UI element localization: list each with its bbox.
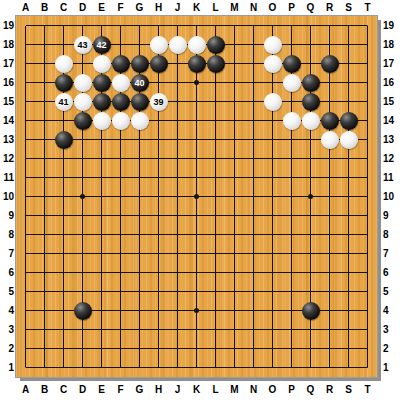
intersection-E9[interactable] — [92, 206, 111, 225]
intersection-L15[interactable] — [206, 92, 225, 111]
intersection-Q17[interactable] — [301, 54, 320, 73]
intersection-P12[interactable] — [282, 149, 301, 168]
intersection-L13[interactable] — [206, 130, 225, 149]
intersection-C4[interactable] — [54, 301, 73, 320]
intersection-G4[interactable] — [130, 301, 149, 320]
intersection-S15[interactable] — [339, 92, 358, 111]
intersection-A17[interactable] — [16, 54, 35, 73]
intersection-G6[interactable] — [130, 263, 149, 282]
intersection-J17[interactable] — [168, 54, 187, 73]
intersection-H14[interactable] — [149, 111, 168, 130]
intersection-N5[interactable] — [244, 282, 263, 301]
intersection-B13[interactable] — [35, 130, 54, 149]
intersection-O8[interactable] — [263, 225, 282, 244]
intersection-F1[interactable] — [111, 358, 130, 377]
intersection-P11[interactable] — [282, 168, 301, 187]
intersection-T8[interactable] — [358, 225, 377, 244]
intersection-S14[interactable] — [339, 111, 358, 130]
intersection-Q5[interactable] — [301, 282, 320, 301]
intersection-N3[interactable] — [244, 320, 263, 339]
intersection-F14[interactable] — [111, 111, 130, 130]
intersection-A18[interactable] — [16, 35, 35, 54]
intersection-T7[interactable] — [358, 244, 377, 263]
intersection-P8[interactable] — [282, 225, 301, 244]
intersection-O12[interactable] — [263, 149, 282, 168]
intersection-D10[interactable] — [73, 187, 92, 206]
intersection-T15[interactable] — [358, 92, 377, 111]
intersection-Q8[interactable] — [301, 225, 320, 244]
intersection-S19[interactable] — [339, 16, 358, 35]
intersection-F3[interactable] — [111, 320, 130, 339]
intersection-T14[interactable] — [358, 111, 377, 130]
intersection-A12[interactable] — [16, 149, 35, 168]
intersection-K14[interactable] — [187, 111, 206, 130]
intersection-O7[interactable] — [263, 244, 282, 263]
intersection-R16[interactable] — [320, 73, 339, 92]
intersection-P5[interactable] — [282, 282, 301, 301]
intersection-O6[interactable] — [263, 263, 282, 282]
intersection-P13[interactable] — [282, 130, 301, 149]
intersection-P4[interactable] — [282, 301, 301, 320]
intersection-M10[interactable] — [225, 187, 244, 206]
intersection-O14[interactable] — [263, 111, 282, 130]
intersection-E11[interactable] — [92, 168, 111, 187]
intersection-Q2[interactable] — [301, 339, 320, 358]
intersection-E5[interactable] — [92, 282, 111, 301]
intersection-T4[interactable] — [358, 301, 377, 320]
intersection-Q3[interactable] — [301, 320, 320, 339]
intersection-B17[interactable] — [35, 54, 54, 73]
intersection-J10[interactable] — [168, 187, 187, 206]
intersection-A9[interactable] — [16, 206, 35, 225]
intersection-E10[interactable] — [92, 187, 111, 206]
intersection-G19[interactable] — [130, 16, 149, 35]
intersection-E8[interactable] — [92, 225, 111, 244]
intersection-J8[interactable] — [168, 225, 187, 244]
intersection-F18[interactable] — [111, 35, 130, 54]
intersection-C9[interactable] — [54, 206, 73, 225]
intersection-S4[interactable] — [339, 301, 358, 320]
intersection-M5[interactable] — [225, 282, 244, 301]
intersection-B5[interactable] — [35, 282, 54, 301]
intersection-D11[interactable] — [73, 168, 92, 187]
intersection-D12[interactable] — [73, 149, 92, 168]
intersection-A19[interactable] — [16, 16, 35, 35]
intersection-E2[interactable] — [92, 339, 111, 358]
intersection-G1[interactable] — [130, 358, 149, 377]
intersection-B10[interactable] — [35, 187, 54, 206]
intersection-R19[interactable] — [320, 16, 339, 35]
intersection-P1[interactable] — [282, 358, 301, 377]
intersection-A6[interactable] — [16, 263, 35, 282]
intersection-E12[interactable] — [92, 149, 111, 168]
intersection-B2[interactable] — [35, 339, 54, 358]
intersection-N17[interactable] — [244, 54, 263, 73]
intersection-D1[interactable] — [73, 358, 92, 377]
intersection-M12[interactable] — [225, 149, 244, 168]
intersection-G15[interactable] — [130, 92, 149, 111]
intersection-T19[interactable] — [358, 16, 377, 35]
intersection-D5[interactable] — [73, 282, 92, 301]
intersection-S1[interactable] — [339, 358, 358, 377]
intersection-A8[interactable] — [16, 225, 35, 244]
intersection-H15[interactable]: 39 — [149, 92, 168, 111]
intersection-F8[interactable] — [111, 225, 130, 244]
intersection-R2[interactable] — [320, 339, 339, 358]
intersection-F13[interactable] — [111, 130, 130, 149]
intersection-M1[interactable] — [225, 358, 244, 377]
intersection-B12[interactable] — [35, 149, 54, 168]
intersection-F16[interactable] — [111, 73, 130, 92]
intersection-C10[interactable] — [54, 187, 73, 206]
intersection-O18[interactable] — [263, 35, 282, 54]
intersection-O13[interactable] — [263, 130, 282, 149]
intersection-P10[interactable] — [282, 187, 301, 206]
intersection-N13[interactable] — [244, 130, 263, 149]
intersection-Q9[interactable] — [301, 206, 320, 225]
intersection-L1[interactable] — [206, 358, 225, 377]
intersection-H11[interactable] — [149, 168, 168, 187]
intersection-L11[interactable] — [206, 168, 225, 187]
intersection-K8[interactable] — [187, 225, 206, 244]
intersection-C6[interactable] — [54, 263, 73, 282]
intersection-R15[interactable] — [320, 92, 339, 111]
intersection-G2[interactable] — [130, 339, 149, 358]
intersection-F12[interactable] — [111, 149, 130, 168]
intersection-A11[interactable] — [16, 168, 35, 187]
intersection-B6[interactable] — [35, 263, 54, 282]
intersection-H12[interactable] — [149, 149, 168, 168]
intersection-P15[interactable] — [282, 92, 301, 111]
intersection-F6[interactable] — [111, 263, 130, 282]
intersection-R8[interactable] — [320, 225, 339, 244]
intersection-C15[interactable]: 41 — [54, 92, 73, 111]
intersection-S16[interactable] — [339, 73, 358, 92]
intersection-K1[interactable] — [187, 358, 206, 377]
intersection-D6[interactable] — [73, 263, 92, 282]
intersection-D4[interactable] — [73, 301, 92, 320]
intersection-K19[interactable] — [187, 16, 206, 35]
intersection-O19[interactable] — [263, 16, 282, 35]
intersection-L19[interactable] — [206, 16, 225, 35]
intersection-H7[interactable] — [149, 244, 168, 263]
intersection-A16[interactable] — [16, 73, 35, 92]
intersection-H3[interactable] — [149, 320, 168, 339]
intersection-K11[interactable] — [187, 168, 206, 187]
intersection-E19[interactable] — [92, 16, 111, 35]
intersection-L14[interactable] — [206, 111, 225, 130]
intersection-M6[interactable] — [225, 263, 244, 282]
intersection-B15[interactable] — [35, 92, 54, 111]
intersection-A5[interactable] — [16, 282, 35, 301]
intersection-K15[interactable] — [187, 92, 206, 111]
intersection-E4[interactable] — [92, 301, 111, 320]
intersection-J13[interactable] — [168, 130, 187, 149]
intersection-T10[interactable] — [358, 187, 377, 206]
intersection-S17[interactable] — [339, 54, 358, 73]
intersection-F2[interactable] — [111, 339, 130, 358]
intersection-K3[interactable] — [187, 320, 206, 339]
intersection-Q14[interactable] — [301, 111, 320, 130]
intersection-T13[interactable] — [358, 130, 377, 149]
intersection-O4[interactable] — [263, 301, 282, 320]
intersection-S2[interactable] — [339, 339, 358, 358]
intersection-F5[interactable] — [111, 282, 130, 301]
intersection-O11[interactable] — [263, 168, 282, 187]
intersection-J1[interactable] — [168, 358, 187, 377]
intersection-S12[interactable] — [339, 149, 358, 168]
intersection-T6[interactable] — [358, 263, 377, 282]
intersection-D3[interactable] — [73, 320, 92, 339]
intersection-N1[interactable] — [244, 358, 263, 377]
intersection-L12[interactable] — [206, 149, 225, 168]
intersection-B16[interactable] — [35, 73, 54, 92]
intersection-B1[interactable] — [35, 358, 54, 377]
intersection-R7[interactable] — [320, 244, 339, 263]
intersection-F9[interactable] — [111, 206, 130, 225]
intersection-K6[interactable] — [187, 263, 206, 282]
intersection-N15[interactable] — [244, 92, 263, 111]
intersection-J16[interactable] — [168, 73, 187, 92]
intersection-A13[interactable] — [16, 130, 35, 149]
intersection-C2[interactable] — [54, 339, 73, 358]
intersection-S8[interactable] — [339, 225, 358, 244]
intersection-C11[interactable] — [54, 168, 73, 187]
intersection-T16[interactable] — [358, 73, 377, 92]
intersection-L18[interactable] — [206, 35, 225, 54]
intersection-N10[interactable] — [244, 187, 263, 206]
intersection-G13[interactable] — [130, 130, 149, 149]
intersection-P3[interactable] — [282, 320, 301, 339]
intersection-H18[interactable] — [149, 35, 168, 54]
intersection-G10[interactable] — [130, 187, 149, 206]
intersection-M18[interactable] — [225, 35, 244, 54]
intersection-E1[interactable] — [92, 358, 111, 377]
intersection-A2[interactable] — [16, 339, 35, 358]
intersection-D16[interactable] — [73, 73, 92, 92]
intersection-Q6[interactable] — [301, 263, 320, 282]
intersection-Q11[interactable] — [301, 168, 320, 187]
intersection-G12[interactable] — [130, 149, 149, 168]
intersection-E15[interactable] — [92, 92, 111, 111]
intersection-J11[interactable] — [168, 168, 187, 187]
intersection-A1[interactable] — [16, 358, 35, 377]
intersection-E6[interactable] — [92, 263, 111, 282]
intersection-B19[interactable] — [35, 16, 54, 35]
intersection-M13[interactable] — [225, 130, 244, 149]
intersection-N6[interactable] — [244, 263, 263, 282]
intersection-H19[interactable] — [149, 16, 168, 35]
intersection-T11[interactable] — [358, 168, 377, 187]
intersection-H16[interactable] — [149, 73, 168, 92]
intersection-R14[interactable] — [320, 111, 339, 130]
intersection-L7[interactable] — [206, 244, 225, 263]
intersection-T5[interactable] — [358, 282, 377, 301]
intersection-B4[interactable] — [35, 301, 54, 320]
intersection-G11[interactable] — [130, 168, 149, 187]
intersection-R6[interactable] — [320, 263, 339, 282]
intersection-P16[interactable] — [282, 73, 301, 92]
intersection-M17[interactable] — [225, 54, 244, 73]
intersection-A4[interactable] — [16, 301, 35, 320]
intersection-T17[interactable] — [358, 54, 377, 73]
intersection-A15[interactable] — [16, 92, 35, 111]
intersection-P9[interactable] — [282, 206, 301, 225]
intersection-D9[interactable] — [73, 206, 92, 225]
intersection-R17[interactable] — [320, 54, 339, 73]
intersection-C13[interactable] — [54, 130, 73, 149]
intersection-R9[interactable] — [320, 206, 339, 225]
intersection-C17[interactable] — [54, 54, 73, 73]
intersection-Q16[interactable] — [301, 73, 320, 92]
intersection-R3[interactable] — [320, 320, 339, 339]
intersection-C19[interactable] — [54, 16, 73, 35]
intersection-K17[interactable] — [187, 54, 206, 73]
intersection-J6[interactable] — [168, 263, 187, 282]
intersection-C18[interactable] — [54, 35, 73, 54]
intersection-L5[interactable] — [206, 282, 225, 301]
intersection-H9[interactable] — [149, 206, 168, 225]
intersection-R4[interactable] — [320, 301, 339, 320]
intersection-O2[interactable] — [263, 339, 282, 358]
intersection-E3[interactable] — [92, 320, 111, 339]
intersection-O17[interactable] — [263, 54, 282, 73]
intersection-K2[interactable] — [187, 339, 206, 358]
intersection-N9[interactable] — [244, 206, 263, 225]
intersection-H8[interactable] — [149, 225, 168, 244]
intersection-H2[interactable] — [149, 339, 168, 358]
intersection-F19[interactable] — [111, 16, 130, 35]
intersection-T9[interactable] — [358, 206, 377, 225]
intersection-L4[interactable] — [206, 301, 225, 320]
intersection-S11[interactable] — [339, 168, 358, 187]
intersection-R18[interactable] — [320, 35, 339, 54]
intersection-M11[interactable] — [225, 168, 244, 187]
intersection-M4[interactable] — [225, 301, 244, 320]
intersection-J15[interactable] — [168, 92, 187, 111]
intersection-G7[interactable] — [130, 244, 149, 263]
intersection-E13[interactable] — [92, 130, 111, 149]
intersection-L2[interactable] — [206, 339, 225, 358]
intersection-J19[interactable] — [168, 16, 187, 35]
intersection-S10[interactable] — [339, 187, 358, 206]
intersection-C7[interactable] — [54, 244, 73, 263]
intersection-S6[interactable] — [339, 263, 358, 282]
intersection-K5[interactable] — [187, 282, 206, 301]
intersection-T1[interactable] — [358, 358, 377, 377]
intersection-H4[interactable] — [149, 301, 168, 320]
intersection-C5[interactable] — [54, 282, 73, 301]
intersection-S5[interactable] — [339, 282, 358, 301]
intersection-G14[interactable] — [130, 111, 149, 130]
intersection-G17[interactable] — [130, 54, 149, 73]
intersection-F17[interactable] — [111, 54, 130, 73]
intersection-K9[interactable] — [187, 206, 206, 225]
intersection-E17[interactable] — [92, 54, 111, 73]
intersection-E18[interactable]: 42 — [92, 35, 111, 54]
intersection-E14[interactable] — [92, 111, 111, 130]
intersection-H6[interactable] — [149, 263, 168, 282]
intersection-G9[interactable] — [130, 206, 149, 225]
intersection-P19[interactable] — [282, 16, 301, 35]
intersection-M14[interactable] — [225, 111, 244, 130]
intersection-E16[interactable] — [92, 73, 111, 92]
intersection-D8[interactable] — [73, 225, 92, 244]
intersection-H13[interactable] — [149, 130, 168, 149]
intersection-O10[interactable] — [263, 187, 282, 206]
intersection-M9[interactable] — [225, 206, 244, 225]
intersection-P6[interactable] — [282, 263, 301, 282]
intersection-Q15[interactable] — [301, 92, 320, 111]
intersection-D19[interactable] — [73, 16, 92, 35]
intersection-K12[interactable] — [187, 149, 206, 168]
intersection-R13[interactable] — [320, 130, 339, 149]
intersection-F7[interactable] — [111, 244, 130, 263]
intersection-B14[interactable] — [35, 111, 54, 130]
intersection-P14[interactable] — [282, 111, 301, 130]
intersection-G3[interactable] — [130, 320, 149, 339]
intersection-N4[interactable] — [244, 301, 263, 320]
intersection-G5[interactable] — [130, 282, 149, 301]
intersection-J9[interactable] — [168, 206, 187, 225]
intersection-A14[interactable] — [16, 111, 35, 130]
intersection-R10[interactable] — [320, 187, 339, 206]
intersection-L8[interactable] — [206, 225, 225, 244]
intersection-F15[interactable] — [111, 92, 130, 111]
intersection-O5[interactable] — [263, 282, 282, 301]
intersection-S3[interactable] — [339, 320, 358, 339]
intersection-N18[interactable] — [244, 35, 263, 54]
intersection-S18[interactable] — [339, 35, 358, 54]
intersection-R5[interactable] — [320, 282, 339, 301]
intersection-D13[interactable] — [73, 130, 92, 149]
intersection-P2[interactable] — [282, 339, 301, 358]
intersection-P18[interactable] — [282, 35, 301, 54]
intersection-H5[interactable] — [149, 282, 168, 301]
intersection-Q10[interactable] — [301, 187, 320, 206]
intersection-B18[interactable] — [35, 35, 54, 54]
intersection-C3[interactable] — [54, 320, 73, 339]
intersection-F10[interactable] — [111, 187, 130, 206]
intersection-K16[interactable] — [187, 73, 206, 92]
intersection-S13[interactable] — [339, 130, 358, 149]
intersection-E7[interactable] — [92, 244, 111, 263]
intersection-F4[interactable] — [111, 301, 130, 320]
intersection-Q13[interactable] — [301, 130, 320, 149]
intersection-R12[interactable] — [320, 149, 339, 168]
intersection-P7[interactable] — [282, 244, 301, 263]
intersection-C8[interactable] — [54, 225, 73, 244]
intersection-G16[interactable]: 40 — [130, 73, 149, 92]
intersection-J7[interactable] — [168, 244, 187, 263]
intersection-R1[interactable] — [320, 358, 339, 377]
intersection-D14[interactable] — [73, 111, 92, 130]
intersection-G18[interactable] — [130, 35, 149, 54]
intersection-S9[interactable] — [339, 206, 358, 225]
intersection-A7[interactable] — [16, 244, 35, 263]
intersection-K10[interactable] — [187, 187, 206, 206]
intersection-H1[interactable] — [149, 358, 168, 377]
intersection-A3[interactable] — [16, 320, 35, 339]
intersection-T3[interactable] — [358, 320, 377, 339]
intersection-N11[interactable] — [244, 168, 263, 187]
intersection-B11[interactable] — [35, 168, 54, 187]
intersection-N12[interactable] — [244, 149, 263, 168]
intersection-R11[interactable] — [320, 168, 339, 187]
intersection-M19[interactable] — [225, 16, 244, 35]
intersection-H10[interactable] — [149, 187, 168, 206]
intersection-B7[interactable] — [35, 244, 54, 263]
